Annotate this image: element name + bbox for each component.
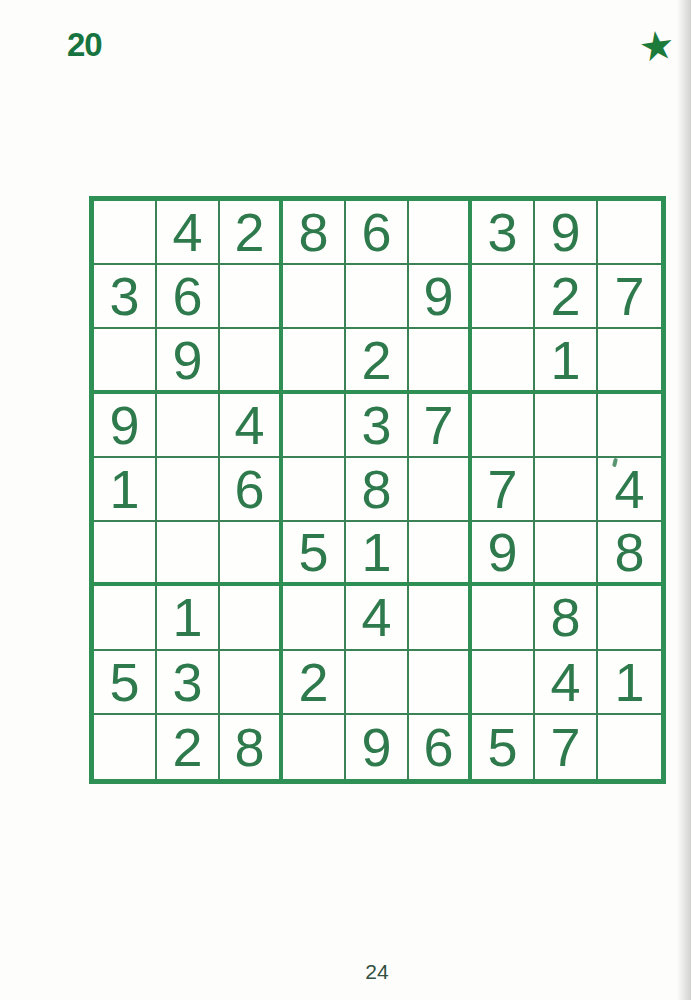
sudoku-cell-r2c2[interactable]: 6	[157, 265, 220, 329]
sudoku-cell-r9c2[interactable]: 2	[157, 715, 220, 779]
difficulty-star-icon: ★	[636, 24, 677, 69]
sudoku-cell-r6c7[interactable]: 9	[472, 522, 535, 586]
sudoku-cell-r3c3[interactable]	[220, 329, 283, 393]
sudoku-grid: 4286393692792194371687451981485324128965…	[89, 196, 666, 784]
sudoku-cell-r2c7[interactable]	[472, 265, 535, 329]
sudoku-cell-r4c7[interactable]	[472, 394, 535, 458]
sudoku-cell-r2c1[interactable]: 3	[94, 265, 157, 329]
sudoku-cell-r9c5[interactable]: 9	[346, 715, 409, 779]
page-number: 24	[365, 959, 388, 984]
sudoku-cell-r5c8[interactable]	[535, 458, 598, 522]
sudoku-cell-r7c2[interactable]: 1	[157, 586, 220, 650]
sudoku-cell-r6c8[interactable]	[535, 522, 598, 586]
sudoku-cell-r1c4[interactable]: 8	[283, 201, 346, 265]
sudoku-cell-r5c5[interactable]: 8	[346, 458, 409, 522]
sudoku-cell-r2c8[interactable]: 2	[535, 265, 598, 329]
sudoku-cell-r2c6[interactable]: 9	[409, 265, 472, 329]
sudoku-cell-r6c1[interactable]	[94, 522, 157, 586]
sudoku-cell-r1c1[interactable]	[94, 201, 157, 265]
sudoku-cell-r5c1[interactable]: 1	[94, 458, 157, 522]
sudoku-cell-r2c5[interactable]	[346, 265, 409, 329]
sudoku-cell-r7c9[interactable]	[598, 586, 661, 650]
sudoku-cell-r2c3[interactable]	[220, 265, 283, 329]
sudoku-cell-r3c8[interactable]: 1	[535, 329, 598, 393]
sudoku-cell-r6c2[interactable]	[157, 522, 220, 586]
sudoku-cell-r8c6[interactable]	[409, 651, 472, 715]
sudoku-cell-r9c3[interactable]: 8	[220, 715, 283, 779]
sudoku-cell-r1c7[interactable]: 3	[472, 201, 535, 265]
sudoku-cell-r9c1[interactable]	[94, 715, 157, 779]
sudoku-cell-r3c2[interactable]: 9	[157, 329, 220, 393]
sudoku-cell-r8c7[interactable]	[472, 651, 535, 715]
sudoku-cell-r3c5[interactable]: 2	[346, 329, 409, 393]
sudoku-cell-r1c9[interactable]	[598, 201, 661, 265]
sudoku-cell-r3c6[interactable]	[409, 329, 472, 393]
sudoku-cell-r4c6[interactable]: 7	[409, 394, 472, 458]
sudoku-cell-r1c6[interactable]	[409, 201, 472, 265]
sudoku-cell-r7c7[interactable]	[472, 586, 535, 650]
sudoku-cell-r4c9[interactable]	[598, 394, 661, 458]
sudoku-cell-r3c4[interactable]	[283, 329, 346, 393]
sudoku-cell-r8c2[interactable]: 3	[157, 651, 220, 715]
sudoku-cell-r2c4[interactable]	[283, 265, 346, 329]
sudoku-cell-r4c4[interactable]	[283, 394, 346, 458]
sudoku-cell-r9c6[interactable]: 6	[409, 715, 472, 779]
sudoku-cell-r5c7[interactable]: 7	[472, 458, 535, 522]
book-page: 20 ★ 42863936927921943716874519814853241…	[0, 0, 691, 1000]
sudoku-cell-r6c4[interactable]: 5	[283, 522, 346, 586]
sudoku-cell-r7c6[interactable]	[409, 586, 472, 650]
sudoku-cell-r3c7[interactable]	[472, 329, 535, 393]
sudoku-cell-r4c2[interactable]	[157, 394, 220, 458]
sudoku-cell-r9c9[interactable]	[598, 715, 661, 779]
sudoku-cell-r8c1[interactable]: 5	[94, 651, 157, 715]
sudoku-cell-r7c1[interactable]	[94, 586, 157, 650]
sudoku-cell-r7c8[interactable]: 8	[535, 586, 598, 650]
sudoku-cell-r6c5[interactable]: 1	[346, 522, 409, 586]
page-edge-shadow	[677, 0, 691, 1000]
sudoku-cell-r4c1[interactable]: 9	[94, 394, 157, 458]
sudoku-cell-r4c5[interactable]: 3	[346, 394, 409, 458]
sudoku-cell-r4c8[interactable]	[535, 394, 598, 458]
sudoku-cell-r6c9[interactable]: 8	[598, 522, 661, 586]
sudoku-cell-r9c4[interactable]	[283, 715, 346, 779]
sudoku-cell-r9c8[interactable]: 7	[535, 715, 598, 779]
sudoku-cell-r5c6[interactable]	[409, 458, 472, 522]
sudoku-cell-r9c7[interactable]: 5	[472, 715, 535, 779]
sudoku-cell-r5c3[interactable]: 6	[220, 458, 283, 522]
sudoku-cell-r7c4[interactable]	[283, 586, 346, 650]
sudoku-cell-r1c8[interactable]: 9	[535, 201, 598, 265]
sudoku-cell-r8c9[interactable]: 1	[598, 651, 661, 715]
sudoku-cell-r5c2[interactable]	[157, 458, 220, 522]
sudoku-cell-r7c5[interactable]: 4	[346, 586, 409, 650]
sudoku-cell-r7c3[interactable]	[220, 586, 283, 650]
sudoku-cell-r8c5[interactable]	[346, 651, 409, 715]
sudoku-cell-r8c8[interactable]: 4	[535, 651, 598, 715]
sudoku-cell-r3c9[interactable]	[598, 329, 661, 393]
sudoku-cell-r5c4[interactable]	[283, 458, 346, 522]
sudoku-cell-r6c6[interactable]	[409, 522, 472, 586]
sudoku-cell-r8c3[interactable]	[220, 651, 283, 715]
sudoku-cell-r3c1[interactable]	[94, 329, 157, 393]
sudoku-cell-r1c2[interactable]: 4	[157, 201, 220, 265]
sudoku-cell-r1c3[interactable]: 2	[220, 201, 283, 265]
sudoku-cell-r2c9[interactable]: 7	[598, 265, 661, 329]
puzzle-number: 20	[67, 28, 102, 61]
sudoku-cell-r6c3[interactable]	[220, 522, 283, 586]
sudoku-cell-r5c9[interactable]: 4	[598, 458, 661, 522]
sudoku-cell-r1c5[interactable]: 6	[346, 201, 409, 265]
sudoku-cell-r8c4[interactable]: 2	[283, 651, 346, 715]
sudoku-cell-r4c3[interactable]: 4	[220, 394, 283, 458]
